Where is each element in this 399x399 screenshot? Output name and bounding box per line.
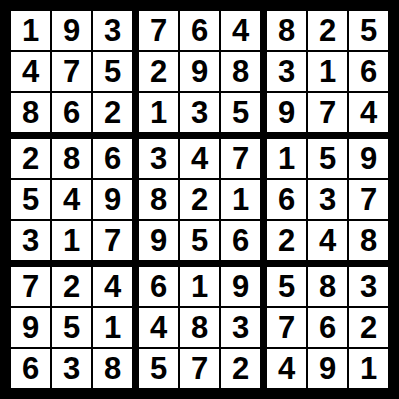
sudoku-box-4: 286549317 xyxy=(11,139,132,260)
sudoku-box-3: 825316974 xyxy=(267,11,388,132)
cell-r1c7[interactable]: 8 xyxy=(267,11,306,50)
cell-r8c7[interactable]: 7 xyxy=(267,308,306,347)
cell-r4c1[interactable]: 2 xyxy=(11,139,50,178)
cell-r7c5[interactable]: 1 xyxy=(180,267,219,306)
sudoku-board: 1934758627642981358253169742865493173478… xyxy=(0,0,399,399)
cell-r2c8[interactable]: 1 xyxy=(308,52,347,91)
cell-r6c7[interactable]: 2 xyxy=(267,221,306,260)
cell-r8c8[interactable]: 6 xyxy=(308,308,347,347)
cell-r7c3[interactable]: 4 xyxy=(93,267,132,306)
cell-r9c1[interactable]: 6 xyxy=(11,349,50,388)
cell-r8c4[interactable]: 4 xyxy=(139,308,178,347)
cell-r4c3[interactable]: 6 xyxy=(93,139,132,178)
cell-r3c4[interactable]: 1 xyxy=(139,93,178,132)
cell-r4c9[interactable]: 9 xyxy=(349,139,388,178)
cell-r2c6[interactable]: 8 xyxy=(221,52,260,91)
cell-r5c3[interactable]: 9 xyxy=(93,180,132,219)
sudoku-box-6: 159637248 xyxy=(267,139,388,260)
cell-r5c7[interactable]: 6 xyxy=(267,180,306,219)
cell-r7c8[interactable]: 8 xyxy=(308,267,347,306)
cell-r8c3[interactable]: 1 xyxy=(93,308,132,347)
cell-r6c6[interactable]: 6 xyxy=(221,221,260,260)
cell-r7c7[interactable]: 5 xyxy=(267,267,306,306)
cell-r3c9[interactable]: 4 xyxy=(349,93,388,132)
sudoku-outer-grid: 1934758627642981358253169742865493173478… xyxy=(11,11,388,388)
cell-r1c2[interactable]: 9 xyxy=(52,11,91,50)
cell-r9c3[interactable]: 8 xyxy=(93,349,132,388)
cell-r1c5[interactable]: 6 xyxy=(180,11,219,50)
cell-r8c9[interactable]: 2 xyxy=(349,308,388,347)
cell-r2c7[interactable]: 3 xyxy=(267,52,306,91)
sudoku-box-1: 193475862 xyxy=(11,11,132,132)
cell-r5c9[interactable]: 7 xyxy=(349,180,388,219)
cell-r5c4[interactable]: 8 xyxy=(139,180,178,219)
cell-r8c5[interactable]: 8 xyxy=(180,308,219,347)
cell-r7c1[interactable]: 7 xyxy=(11,267,50,306)
cell-r1c6[interactable]: 4 xyxy=(221,11,260,50)
cell-r4c4[interactable]: 3 xyxy=(139,139,178,178)
cell-r1c8[interactable]: 2 xyxy=(308,11,347,50)
cell-r3c6[interactable]: 5 xyxy=(221,93,260,132)
cell-r2c2[interactable]: 7 xyxy=(52,52,91,91)
cell-r3c2[interactable]: 6 xyxy=(52,93,91,132)
cell-r7c4[interactable]: 6 xyxy=(139,267,178,306)
cell-r4c7[interactable]: 1 xyxy=(267,139,306,178)
cell-r1c9[interactable]: 5 xyxy=(349,11,388,50)
cell-r4c8[interactable]: 5 xyxy=(308,139,347,178)
cell-r5c1[interactable]: 5 xyxy=(11,180,50,219)
cell-r6c1[interactable]: 3 xyxy=(11,221,50,260)
sudoku-box-5: 347821956 xyxy=(139,139,260,260)
sudoku-box-7: 724951638 xyxy=(11,267,132,388)
cell-r9c4[interactable]: 5 xyxy=(139,349,178,388)
sudoku-box-9: 583762491 xyxy=(267,267,388,388)
sudoku-box-8: 619483572 xyxy=(139,267,260,388)
cell-r4c5[interactable]: 4 xyxy=(180,139,219,178)
cell-r6c5[interactable]: 5 xyxy=(180,221,219,260)
cell-r7c2[interactable]: 2 xyxy=(52,267,91,306)
cell-r6c3[interactable]: 7 xyxy=(93,221,132,260)
cell-r6c9[interactable]: 8 xyxy=(349,221,388,260)
cell-r1c1[interactable]: 1 xyxy=(11,11,50,50)
sudoku-box-2: 764298135 xyxy=(139,11,260,132)
cell-r3c1[interactable]: 8 xyxy=(11,93,50,132)
cell-r2c9[interactable]: 6 xyxy=(349,52,388,91)
cell-r6c4[interactable]: 9 xyxy=(139,221,178,260)
cell-r6c8[interactable]: 4 xyxy=(308,221,347,260)
cell-r9c2[interactable]: 3 xyxy=(52,349,91,388)
cell-r4c6[interactable]: 7 xyxy=(221,139,260,178)
cell-r2c1[interactable]: 4 xyxy=(11,52,50,91)
cell-r7c9[interactable]: 3 xyxy=(349,267,388,306)
cell-r7c6[interactable]: 9 xyxy=(221,267,260,306)
cell-r5c8[interactable]: 3 xyxy=(308,180,347,219)
cell-r9c7[interactable]: 4 xyxy=(267,349,306,388)
cell-r2c4[interactable]: 2 xyxy=(139,52,178,91)
cell-r5c5[interactable]: 2 xyxy=(180,180,219,219)
cell-r9c5[interactable]: 7 xyxy=(180,349,219,388)
cell-r3c3[interactable]: 2 xyxy=(93,93,132,132)
cell-r2c5[interactable]: 9 xyxy=(180,52,219,91)
cell-r9c9[interactable]: 1 xyxy=(349,349,388,388)
cell-r8c2[interactable]: 5 xyxy=(52,308,91,347)
cell-r9c8[interactable]: 9 xyxy=(308,349,347,388)
cell-r1c4[interactable]: 7 xyxy=(139,11,178,50)
cell-r4c2[interactable]: 8 xyxy=(52,139,91,178)
cell-r3c5[interactable]: 3 xyxy=(180,93,219,132)
cell-r8c1[interactable]: 9 xyxy=(11,308,50,347)
cell-r3c8[interactable]: 7 xyxy=(308,93,347,132)
cell-r6c2[interactable]: 1 xyxy=(52,221,91,260)
cell-r5c2[interactable]: 4 xyxy=(52,180,91,219)
cell-r9c6[interactable]: 2 xyxy=(221,349,260,388)
cell-r5c6[interactable]: 1 xyxy=(221,180,260,219)
cell-r1c3[interactable]: 3 xyxy=(93,11,132,50)
cell-r3c7[interactable]: 9 xyxy=(267,93,306,132)
cell-r2c3[interactable]: 5 xyxy=(93,52,132,91)
cell-r8c6[interactable]: 3 xyxy=(221,308,260,347)
